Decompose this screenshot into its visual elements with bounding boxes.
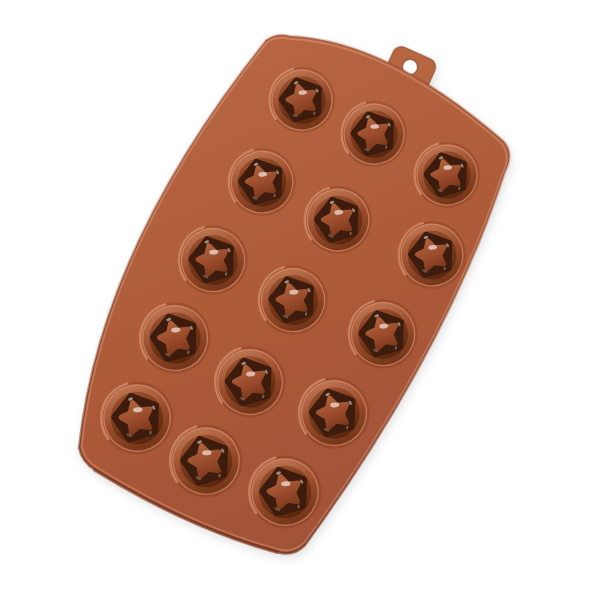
mold bbox=[79, 35, 509, 554]
chocolate-mold-illustration bbox=[0, 0, 600, 600]
product-photo bbox=[0, 0, 600, 600]
